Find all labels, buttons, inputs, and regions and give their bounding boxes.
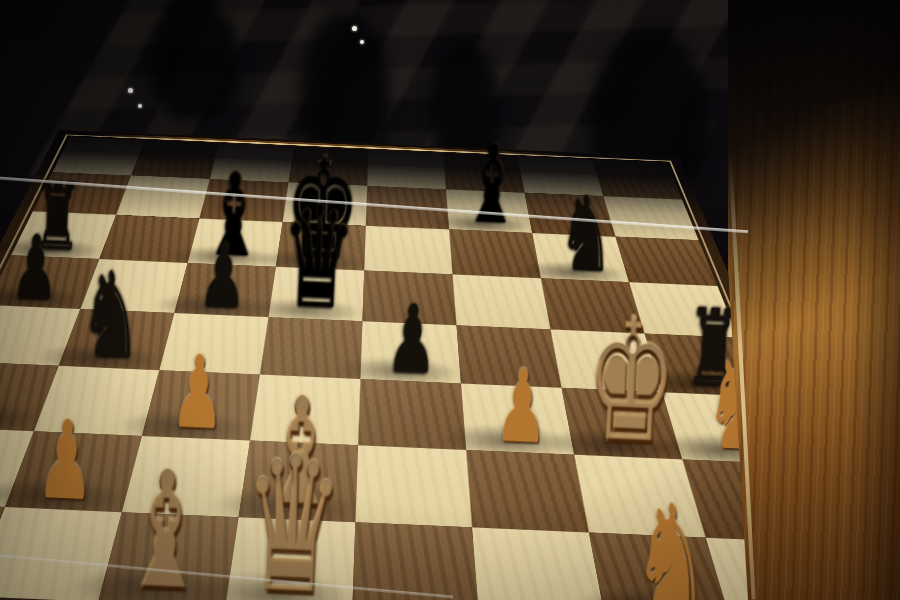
piece-black-P-a5: ♟ xyxy=(11,230,60,306)
piece-white-P-f3: ♟ xyxy=(493,364,550,452)
piece-white-Q-d1: ♛ xyxy=(239,444,346,600)
piece-black-P-c5: ♟ xyxy=(199,238,248,314)
square-c5: ♟ xyxy=(174,263,276,317)
piece-black-P-e4: ♟ xyxy=(386,299,439,381)
piece-white-P-b2: ♟ xyxy=(36,414,97,509)
square-e6 xyxy=(364,226,452,275)
square-c1: ♝ xyxy=(98,512,238,600)
square-d5: ♛ xyxy=(268,267,364,322)
square-c3: ♟ xyxy=(142,370,260,440)
piece-black-B-f7: ♝ xyxy=(462,137,523,231)
piece-black-N-b4: ♞ xyxy=(78,265,144,368)
square-h6 xyxy=(616,237,718,286)
square-b7 xyxy=(116,175,210,218)
square-h7 xyxy=(603,196,698,240)
square-f1 xyxy=(472,527,606,600)
table-shadow xyxy=(728,0,900,600)
piece-white-P-a3: ♟ xyxy=(0,340,11,428)
square-g1: ♞ xyxy=(589,533,733,600)
piece-white-P-c3: ♟ xyxy=(170,350,227,438)
square-e4: ♟ xyxy=(360,321,461,383)
piece-white-B-c1: ♝ xyxy=(119,460,212,600)
piece-white-K-g3: ♚ xyxy=(583,308,679,457)
piece-black-N-g6: ♞ xyxy=(557,190,615,280)
square-a4 xyxy=(0,305,80,366)
piece-black-Q-d5: ♛ xyxy=(279,196,358,319)
chess-display-photo: ♝♜♝♚♞♟♟♛♞♟♜♟♟♟♚♞♟♟♝♝♛♞ xyxy=(0,0,900,600)
square-g3: ♚ xyxy=(562,388,683,460)
square-e2 xyxy=(355,445,472,527)
square-b4: ♞ xyxy=(59,309,175,370)
square-f3: ♟ xyxy=(461,383,574,454)
piece-white-N-g1: ♞ xyxy=(630,496,714,600)
square-e3 xyxy=(358,379,466,450)
square-g6: ♞ xyxy=(532,233,629,282)
square-e8 xyxy=(367,150,446,189)
square-f5 xyxy=(453,274,551,329)
wooden-table xyxy=(728,0,900,600)
square-f6 xyxy=(449,229,541,278)
square-f2 xyxy=(466,450,589,533)
